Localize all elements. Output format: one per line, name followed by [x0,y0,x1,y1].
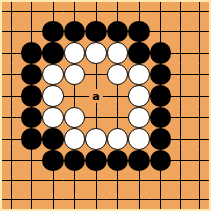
black-stone [128,42,150,64]
intersection-r4c3 [64,85,86,107]
intersection-r2c3 [64,42,86,64]
intersection-r9c3 [64,190,86,209]
white-stone [64,128,86,150]
intersection-r8c0 [2,171,21,190]
intersection-r0c6 [128,2,150,21]
black-stone [150,85,172,107]
intersection-r4c1 [21,85,43,107]
intersection-r7c9 [190,150,209,172]
intersection-r1c2 [42,21,64,43]
intersection-r9c9 [190,190,209,209]
intersection-r6c0 [2,128,21,150]
intersection-r4c5 [107,85,129,107]
intersection-r9c8 [171,190,190,209]
white-stone [128,128,150,150]
intersection-r7c6 [128,150,150,172]
intersection-r5c1 [21,107,43,129]
intersection-r8c9 [190,171,209,190]
white-stone [42,64,64,86]
white-stone [85,42,107,64]
intersection-r3c3 [64,64,86,86]
white-stone [85,128,107,150]
intersection-r8c8 [171,171,190,190]
intersection-r6c1 [21,128,43,150]
intersection-r5c7 [150,107,172,129]
intersection-r2c6 [128,42,150,64]
black-stone [107,150,129,172]
white-stone [107,42,129,64]
intersection-r3c0 [2,64,21,86]
intersection-r3c1 [21,64,43,86]
intersection-r0c8 [171,2,190,21]
black-stone [150,128,172,150]
intersection-r8c6 [128,171,150,190]
intersection-r7c1 [21,150,43,172]
black-stone [128,21,150,43]
intersection-r7c8 [171,150,190,172]
intersection-r0c4 [85,2,107,21]
intersection-r9c1 [21,190,43,209]
intersection-r4c7 [150,85,172,107]
black-stone [128,150,150,172]
intersection-r2c1 [21,42,43,64]
black-stone [42,128,64,150]
intersection-r8c4 [85,171,107,190]
intersection-r3c9 [190,64,209,86]
go-diagram-frame: a [0,0,211,211]
intersection-r4c9 [190,85,209,107]
intersection-r9c2 [42,190,64,209]
intersection-r5c6 [128,107,150,129]
black-stone [42,150,64,172]
intersection-r5c8 [171,107,190,129]
white-stone [107,128,129,150]
intersection-r7c0 [2,150,21,172]
intersection-r8c7 [150,171,172,190]
black-stone [42,21,64,43]
white-stone [64,42,86,64]
intersection-r2c4 [85,42,107,64]
intersection-r6c8 [171,128,190,150]
black-stone [85,21,107,43]
intersection-r3c4 [85,64,107,86]
black-stone [21,85,43,107]
intersection-r7c4 [85,150,107,172]
intersection-r0c1 [21,2,43,21]
white-stone [64,107,86,129]
intersection-r9c7 [150,190,172,209]
intersection-r0c0 [2,2,21,21]
white-stone [128,85,150,107]
black-stone [42,42,64,64]
intersection-r8c2 [42,171,64,190]
intersection-r1c7 [150,21,172,43]
intersection-r3c7 [150,64,172,86]
intersection-r2c0 [2,42,21,64]
black-stone [21,64,43,86]
white-stone [107,64,129,86]
white-stone [128,107,150,129]
intersection-r2c7 [150,42,172,64]
intersection-r9c4 [85,190,107,209]
black-stone [150,64,172,86]
intersection-r9c5 [107,190,129,209]
intersection-r8c5 [107,171,129,190]
intersection-r0c2 [42,2,64,21]
intersection-r3c8 [171,64,190,86]
intersection-r5c4 [85,107,107,129]
intersection-r3c5 [107,64,129,86]
black-stone [150,107,172,129]
intersection-r3c6 [128,64,150,86]
intersection-r2c9 [190,42,209,64]
intersection-r1c6 [128,21,150,43]
black-stone [64,21,86,43]
intersection-r0c3 [64,2,86,21]
go-board: a [2,2,209,209]
white-stone [128,64,150,86]
black-stone [21,107,43,129]
intersection-r8c1 [21,171,43,190]
intersection-r7c2 [42,150,64,172]
point-label-a: a [89,89,103,103]
intersection-r1c8 [171,21,190,43]
intersection-r6c5 [107,128,129,150]
intersection-r4c4: a [85,85,107,107]
intersection-r0c7 [150,2,172,21]
intersection-r2c8 [171,42,190,64]
intersection-r6c2 [42,128,64,150]
white-stone [64,64,86,86]
intersection-r0c9 [190,2,209,21]
intersection-r2c2 [42,42,64,64]
intersection-r5c2 [42,107,64,129]
intersection-r1c5 [107,21,129,43]
intersection-r7c5 [107,150,129,172]
black-stone [107,21,129,43]
intersection-r8c3 [64,171,86,190]
intersection-r5c9 [190,107,209,129]
intersection-r0c5 [107,2,129,21]
intersection-r1c0 [2,21,21,43]
intersection-r1c9 [190,21,209,43]
intersection-r3c2 [42,64,64,86]
intersection-r9c6 [128,190,150,209]
intersection-r6c4 [85,128,107,150]
intersection-r9c0 [2,190,21,209]
black-stone [85,150,107,172]
white-stone [42,85,64,107]
intersection-r5c0 [2,107,21,129]
black-stone [64,150,86,172]
intersection-r1c1 [21,21,43,43]
intersection-r6c9 [190,128,209,150]
black-stone [150,42,172,64]
black-stone [150,150,172,172]
black-stone [21,42,43,64]
intersection-r6c3 [64,128,86,150]
go-board-grid: a [2,2,209,209]
intersection-r4c0 [2,85,21,107]
intersection-r5c3 [64,107,86,129]
intersection-r4c2 [42,85,64,107]
black-stone [21,128,43,150]
intersection-r1c3 [64,21,86,43]
intersection-r6c7 [150,128,172,150]
intersection-r7c7 [150,150,172,172]
intersection-r4c6 [128,85,150,107]
intersection-r2c5 [107,42,129,64]
intersection-r6c6 [128,128,150,150]
intersection-r1c4 [85,21,107,43]
intersection-r5c5 [107,107,129,129]
white-stone [42,107,64,129]
intersection-r4c8 [171,85,190,107]
intersection-r7c3 [64,150,86,172]
